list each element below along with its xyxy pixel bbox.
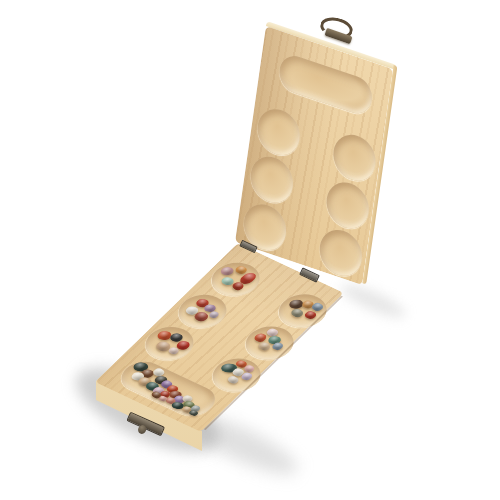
gemstone	[303, 310, 319, 321]
gemstone	[289, 307, 305, 318]
clasp-latch-top	[318, 16, 362, 48]
cast-shadow	[337, 279, 408, 324]
pit-lid-right-3	[317, 224, 365, 282]
board-lid-half	[235, 26, 393, 285]
mancala-product-photo	[0, 0, 500, 500]
gemstone	[219, 266, 235, 276]
